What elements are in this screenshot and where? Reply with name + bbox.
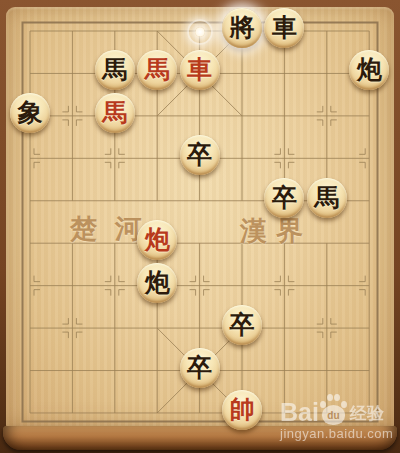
board-front-edge xyxy=(3,426,397,450)
piece-glyph: 車 xyxy=(187,50,212,90)
piece-glyph: 車 xyxy=(272,8,297,48)
piece-black-soldier-a[interactable]: 卒 xyxy=(180,135,220,175)
piece-black-general[interactable]: 將 xyxy=(222,8,262,48)
piece-glyph: 炮 xyxy=(145,220,170,260)
piece-glyph: 卒 xyxy=(187,135,212,175)
piece-glyph: 卒 xyxy=(230,305,255,345)
piece-glyph: 炮 xyxy=(357,50,382,90)
piece-glyph: 卒 xyxy=(187,348,212,388)
piece-red-horse-b[interactable]: 馬 xyxy=(95,93,135,133)
piece-red-general[interactable]: 帥 xyxy=(222,390,262,430)
piece-glyph: 帥 xyxy=(230,390,255,430)
piece-glyph: 馬 xyxy=(102,93,127,133)
piece-black-elephant[interactable]: 象 xyxy=(10,93,50,133)
piece-black-horse-b[interactable]: 馬 xyxy=(307,178,347,218)
piece-black-soldier-b[interactable]: 卒 xyxy=(264,178,304,218)
xiangqi-app-screen: { "game": "xiangqi", "board": { "river_l… xyxy=(0,0,400,453)
piece-glyph: 象 xyxy=(18,93,43,133)
piece-black-cannon-b[interactable]: 炮 xyxy=(137,263,177,303)
piece-glyph: 炮 xyxy=(145,263,170,303)
piece-glyph: 馬 xyxy=(314,178,339,218)
piece-black-horse-a[interactable]: 馬 xyxy=(95,50,135,90)
piece-black-soldier-c[interactable]: 卒 xyxy=(222,305,262,345)
piece-black-soldier-d[interactable]: 卒 xyxy=(180,348,220,388)
piece-glyph: 馬 xyxy=(145,50,170,90)
piece-glyph: 將 xyxy=(230,8,255,48)
piece-glyph: 卒 xyxy=(272,178,297,218)
piece-red-chariot[interactable]: 車 xyxy=(180,50,220,90)
piece-glyph: 馬 xyxy=(102,50,127,90)
